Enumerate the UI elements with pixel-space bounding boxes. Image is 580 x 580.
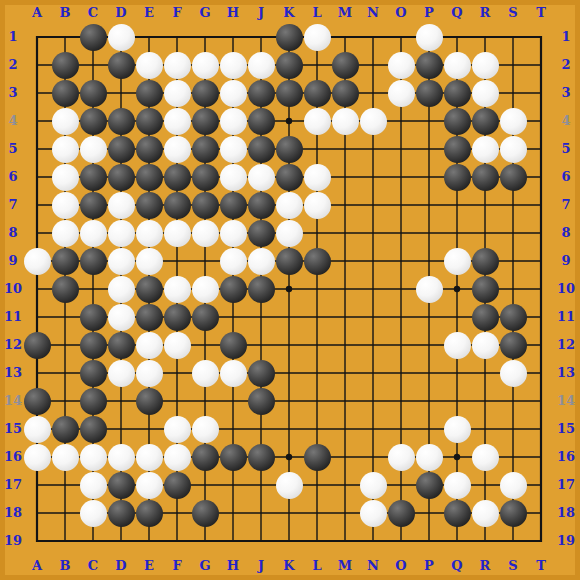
intersection-R18[interactable] — [471, 499, 499, 527]
intersection-L8[interactable] — [303, 219, 331, 247]
intersection-G16[interactable] — [191, 443, 219, 471]
intersection-H14[interactable] — [219, 387, 247, 415]
intersection-P19[interactable] — [415, 527, 443, 555]
intersection-K14[interactable] — [275, 387, 303, 415]
intersection-B5[interactable] — [51, 135, 79, 163]
intersection-A12[interactable] — [23, 331, 51, 359]
intersection-R16[interactable] — [471, 443, 499, 471]
intersection-Q16[interactable] — [443, 443, 471, 471]
intersection-G13[interactable] — [191, 359, 219, 387]
intersection-J14[interactable] — [247, 387, 275, 415]
intersection-N18[interactable] — [359, 499, 387, 527]
intersection-T10[interactable] — [527, 275, 555, 303]
intersection-K9[interactable] — [275, 247, 303, 275]
intersection-N11[interactable] — [359, 303, 387, 331]
intersection-N12[interactable] — [359, 331, 387, 359]
intersection-T13[interactable] — [527, 359, 555, 387]
intersection-J12[interactable] — [247, 331, 275, 359]
intersection-R12[interactable] — [471, 331, 499, 359]
intersection-P6[interactable] — [415, 163, 443, 191]
intersection-O19[interactable] — [387, 527, 415, 555]
intersection-J2[interactable] — [247, 51, 275, 79]
intersection-M2[interactable] — [331, 51, 359, 79]
intersection-K17[interactable] — [275, 471, 303, 499]
intersection-O3[interactable] — [387, 79, 415, 107]
intersection-E4[interactable] — [135, 107, 163, 135]
intersection-L2[interactable] — [303, 51, 331, 79]
intersection-T7[interactable] — [527, 191, 555, 219]
intersection-O8[interactable] — [387, 219, 415, 247]
intersection-A17[interactable] — [23, 471, 51, 499]
intersection-K19[interactable] — [275, 527, 303, 555]
intersection-S15[interactable] — [499, 415, 527, 443]
intersection-N15[interactable] — [359, 415, 387, 443]
intersection-F8[interactable] — [163, 219, 191, 247]
intersection-L13[interactable] — [303, 359, 331, 387]
intersection-A14[interactable] — [23, 387, 51, 415]
intersection-J7[interactable] — [247, 191, 275, 219]
intersection-A16[interactable] — [23, 443, 51, 471]
intersection-H15[interactable] — [219, 415, 247, 443]
intersection-S4[interactable] — [499, 107, 527, 135]
intersection-H2[interactable] — [219, 51, 247, 79]
intersection-P17[interactable] — [415, 471, 443, 499]
intersection-M19[interactable] — [331, 527, 359, 555]
intersection-C11[interactable] — [79, 303, 107, 331]
intersection-R9[interactable] — [471, 247, 499, 275]
intersection-A15[interactable] — [23, 415, 51, 443]
intersection-Q5[interactable] — [443, 135, 471, 163]
intersection-P12[interactable] — [415, 331, 443, 359]
intersection-E13[interactable] — [135, 359, 163, 387]
intersection-B7[interactable] — [51, 191, 79, 219]
intersection-H18[interactable] — [219, 499, 247, 527]
intersection-G12[interactable] — [191, 331, 219, 359]
intersection-T1[interactable] — [527, 23, 555, 51]
intersection-R6[interactable] — [471, 163, 499, 191]
intersection-G10[interactable] — [191, 275, 219, 303]
intersection-G5[interactable] — [191, 135, 219, 163]
intersection-E1[interactable] — [135, 23, 163, 51]
intersection-L6[interactable] — [303, 163, 331, 191]
intersection-D12[interactable] — [107, 331, 135, 359]
intersection-J16[interactable] — [247, 443, 275, 471]
intersection-D6[interactable] — [107, 163, 135, 191]
intersection-A11[interactable] — [23, 303, 51, 331]
intersection-K5[interactable] — [275, 135, 303, 163]
intersection-K15[interactable] — [275, 415, 303, 443]
intersection-J13[interactable] — [247, 359, 275, 387]
intersection-D18[interactable] — [107, 499, 135, 527]
intersection-R2[interactable] — [471, 51, 499, 79]
intersection-S2[interactable] — [499, 51, 527, 79]
intersection-F18[interactable] — [163, 499, 191, 527]
intersection-D10[interactable] — [107, 275, 135, 303]
intersection-S19[interactable] — [499, 527, 527, 555]
intersection-L18[interactable] — [303, 499, 331, 527]
intersection-E12[interactable] — [135, 331, 163, 359]
intersection-C17[interactable] — [79, 471, 107, 499]
intersection-B14[interactable] — [51, 387, 79, 415]
intersection-G18[interactable] — [191, 499, 219, 527]
intersection-T16[interactable] — [527, 443, 555, 471]
intersection-H11[interactable] — [219, 303, 247, 331]
intersection-B6[interactable] — [51, 163, 79, 191]
intersection-C13[interactable] — [79, 359, 107, 387]
intersection-E10[interactable] — [135, 275, 163, 303]
intersection-A1[interactable] — [23, 23, 51, 51]
intersection-J9[interactable] — [247, 247, 275, 275]
intersection-E18[interactable] — [135, 499, 163, 527]
intersection-N16[interactable] — [359, 443, 387, 471]
intersection-E6[interactable] — [135, 163, 163, 191]
intersection-L3[interactable] — [303, 79, 331, 107]
intersection-O9[interactable] — [387, 247, 415, 275]
intersection-M13[interactable] — [331, 359, 359, 387]
intersection-G17[interactable] — [191, 471, 219, 499]
intersection-L10[interactable] — [303, 275, 331, 303]
intersection-B8[interactable] — [51, 219, 79, 247]
intersection-N9[interactable] — [359, 247, 387, 275]
intersection-D8[interactable] — [107, 219, 135, 247]
intersection-F19[interactable] — [163, 527, 191, 555]
intersection-P10[interactable] — [415, 275, 443, 303]
intersection-C4[interactable] — [79, 107, 107, 135]
intersection-Q7[interactable] — [443, 191, 471, 219]
intersection-B4[interactable] — [51, 107, 79, 135]
intersection-R7[interactable] — [471, 191, 499, 219]
intersection-Q1[interactable] — [443, 23, 471, 51]
intersection-G15[interactable] — [191, 415, 219, 443]
intersection-B10[interactable] — [51, 275, 79, 303]
intersection-T11[interactable] — [527, 303, 555, 331]
intersection-E8[interactable] — [135, 219, 163, 247]
intersection-T4[interactable] — [527, 107, 555, 135]
intersection-A6[interactable] — [23, 163, 51, 191]
intersection-C3[interactable] — [79, 79, 107, 107]
intersection-M6[interactable] — [331, 163, 359, 191]
intersection-O16[interactable] — [387, 443, 415, 471]
intersection-G2[interactable] — [191, 51, 219, 79]
intersection-F11[interactable] — [163, 303, 191, 331]
intersection-C7[interactable] — [79, 191, 107, 219]
intersection-H13[interactable] — [219, 359, 247, 387]
intersection-O15[interactable] — [387, 415, 415, 443]
intersection-H10[interactable] — [219, 275, 247, 303]
intersection-L1[interactable] — [303, 23, 331, 51]
intersection-D2[interactable] — [107, 51, 135, 79]
intersection-M10[interactable] — [331, 275, 359, 303]
intersection-T12[interactable] — [527, 331, 555, 359]
intersection-J8[interactable] — [247, 219, 275, 247]
intersection-O14[interactable] — [387, 387, 415, 415]
intersection-A19[interactable] — [23, 527, 51, 555]
intersection-D14[interactable] — [107, 387, 135, 415]
intersection-N4[interactable] — [359, 107, 387, 135]
intersection-Q4[interactable] — [443, 107, 471, 135]
intersection-D3[interactable] — [107, 79, 135, 107]
intersection-D17[interactable] — [107, 471, 135, 499]
intersection-P18[interactable] — [415, 499, 443, 527]
intersection-J1[interactable] — [247, 23, 275, 51]
intersection-D19[interactable] — [107, 527, 135, 555]
intersection-S12[interactable] — [499, 331, 527, 359]
intersection-H16[interactable] — [219, 443, 247, 471]
intersection-J4[interactable] — [247, 107, 275, 135]
intersection-P2[interactable] — [415, 51, 443, 79]
intersection-P3[interactable] — [415, 79, 443, 107]
intersection-P4[interactable] — [415, 107, 443, 135]
intersection-J19[interactable] — [247, 527, 275, 555]
intersection-A3[interactable] — [23, 79, 51, 107]
intersection-F16[interactable] — [163, 443, 191, 471]
intersection-H8[interactable] — [219, 219, 247, 247]
intersection-T9[interactable] — [527, 247, 555, 275]
intersection-C10[interactable] — [79, 275, 107, 303]
intersection-T19[interactable] — [527, 527, 555, 555]
intersection-D11[interactable] — [107, 303, 135, 331]
intersection-G19[interactable] — [191, 527, 219, 555]
intersection-R8[interactable] — [471, 219, 499, 247]
intersection-L15[interactable] — [303, 415, 331, 443]
intersection-K12[interactable] — [275, 331, 303, 359]
intersection-N17[interactable] — [359, 471, 387, 499]
intersection-E15[interactable] — [135, 415, 163, 443]
intersection-D13[interactable] — [107, 359, 135, 387]
intersection-O7[interactable] — [387, 191, 415, 219]
intersection-N1[interactable] — [359, 23, 387, 51]
intersection-S18[interactable] — [499, 499, 527, 527]
intersection-G7[interactable] — [191, 191, 219, 219]
intersection-A9[interactable] — [23, 247, 51, 275]
intersection-H17[interactable] — [219, 471, 247, 499]
intersection-Q10[interactable] — [443, 275, 471, 303]
intersection-N2[interactable] — [359, 51, 387, 79]
intersection-S17[interactable] — [499, 471, 527, 499]
intersection-G1[interactable] — [191, 23, 219, 51]
intersection-R11[interactable] — [471, 303, 499, 331]
intersection-B15[interactable] — [51, 415, 79, 443]
intersection-B17[interactable] — [51, 471, 79, 499]
intersection-T3[interactable] — [527, 79, 555, 107]
intersection-F15[interactable] — [163, 415, 191, 443]
intersection-Q19[interactable] — [443, 527, 471, 555]
intersection-J10[interactable] — [247, 275, 275, 303]
intersection-H5[interactable] — [219, 135, 247, 163]
intersection-K7[interactable] — [275, 191, 303, 219]
intersection-G9[interactable] — [191, 247, 219, 275]
intersection-Q12[interactable] — [443, 331, 471, 359]
intersection-D1[interactable] — [107, 23, 135, 51]
intersection-M18[interactable] — [331, 499, 359, 527]
intersection-F1[interactable] — [163, 23, 191, 51]
intersection-T5[interactable] — [527, 135, 555, 163]
intersection-B13[interactable] — [51, 359, 79, 387]
intersection-Q8[interactable] — [443, 219, 471, 247]
intersection-B11[interactable] — [51, 303, 79, 331]
intersection-O17[interactable] — [387, 471, 415, 499]
intersection-A4[interactable] — [23, 107, 51, 135]
intersection-S13[interactable] — [499, 359, 527, 387]
intersection-M15[interactable] — [331, 415, 359, 443]
intersection-H9[interactable] — [219, 247, 247, 275]
intersection-F17[interactable] — [163, 471, 191, 499]
intersection-A13[interactable] — [23, 359, 51, 387]
intersection-Q3[interactable] — [443, 79, 471, 107]
intersection-E16[interactable] — [135, 443, 163, 471]
intersection-C14[interactable] — [79, 387, 107, 415]
intersection-M17[interactable] — [331, 471, 359, 499]
intersection-J6[interactable] — [247, 163, 275, 191]
intersection-O12[interactable] — [387, 331, 415, 359]
intersection-Q18[interactable] — [443, 499, 471, 527]
intersection-R1[interactable] — [471, 23, 499, 51]
intersection-M3[interactable] — [331, 79, 359, 107]
intersection-S7[interactable] — [499, 191, 527, 219]
intersection-R5[interactable] — [471, 135, 499, 163]
intersection-A5[interactable] — [23, 135, 51, 163]
intersection-L7[interactable] — [303, 191, 331, 219]
intersection-S5[interactable] — [499, 135, 527, 163]
intersection-F10[interactable] — [163, 275, 191, 303]
intersection-O2[interactable] — [387, 51, 415, 79]
intersection-N8[interactable] — [359, 219, 387, 247]
intersection-L9[interactable] — [303, 247, 331, 275]
intersection-F4[interactable] — [163, 107, 191, 135]
intersection-K8[interactable] — [275, 219, 303, 247]
intersection-P16[interactable] — [415, 443, 443, 471]
intersection-C9[interactable] — [79, 247, 107, 275]
intersection-A7[interactable] — [23, 191, 51, 219]
intersection-E11[interactable] — [135, 303, 163, 331]
intersection-J18[interactable] — [247, 499, 275, 527]
intersection-D4[interactable] — [107, 107, 135, 135]
intersection-J17[interactable] — [247, 471, 275, 499]
intersection-K11[interactable] — [275, 303, 303, 331]
intersection-M12[interactable] — [331, 331, 359, 359]
intersection-K18[interactable] — [275, 499, 303, 527]
intersection-R19[interactable] — [471, 527, 499, 555]
intersection-G4[interactable] — [191, 107, 219, 135]
intersection-C15[interactable] — [79, 415, 107, 443]
intersection-O5[interactable] — [387, 135, 415, 163]
intersection-J3[interactable] — [247, 79, 275, 107]
intersection-B2[interactable] — [51, 51, 79, 79]
intersection-R13[interactable] — [471, 359, 499, 387]
intersection-K10[interactable] — [275, 275, 303, 303]
intersection-H6[interactable] — [219, 163, 247, 191]
intersection-A8[interactable] — [23, 219, 51, 247]
intersection-B12[interactable] — [51, 331, 79, 359]
intersection-K4[interactable] — [275, 107, 303, 135]
intersection-L19[interactable] — [303, 527, 331, 555]
intersection-S8[interactable] — [499, 219, 527, 247]
intersection-K16[interactable] — [275, 443, 303, 471]
intersection-L16[interactable] — [303, 443, 331, 471]
intersection-G8[interactable] — [191, 219, 219, 247]
intersection-N6[interactable] — [359, 163, 387, 191]
intersection-Q13[interactable] — [443, 359, 471, 387]
intersection-S10[interactable] — [499, 275, 527, 303]
intersection-H19[interactable] — [219, 527, 247, 555]
intersection-S1[interactable] — [499, 23, 527, 51]
intersection-N13[interactable] — [359, 359, 387, 387]
intersection-E2[interactable] — [135, 51, 163, 79]
intersection-T8[interactable] — [527, 219, 555, 247]
intersection-H4[interactable] — [219, 107, 247, 135]
intersection-C18[interactable] — [79, 499, 107, 527]
intersection-C16[interactable] — [79, 443, 107, 471]
intersection-B18[interactable] — [51, 499, 79, 527]
intersection-C2[interactable] — [79, 51, 107, 79]
intersection-L17[interactable] — [303, 471, 331, 499]
intersection-M7[interactable] — [331, 191, 359, 219]
intersection-F13[interactable] — [163, 359, 191, 387]
intersection-M8[interactable] — [331, 219, 359, 247]
intersection-G14[interactable] — [191, 387, 219, 415]
intersection-E19[interactable] — [135, 527, 163, 555]
intersection-R4[interactable] — [471, 107, 499, 135]
intersection-L11[interactable] — [303, 303, 331, 331]
intersection-R15[interactable] — [471, 415, 499, 443]
intersection-B16[interactable] — [51, 443, 79, 471]
intersection-F14[interactable] — [163, 387, 191, 415]
intersection-S3[interactable] — [499, 79, 527, 107]
intersection-D5[interactable] — [107, 135, 135, 163]
intersection-R10[interactable] — [471, 275, 499, 303]
intersection-O10[interactable] — [387, 275, 415, 303]
intersection-M1[interactable] — [331, 23, 359, 51]
intersection-L4[interactable] — [303, 107, 331, 135]
intersection-P9[interactable] — [415, 247, 443, 275]
intersection-G3[interactable] — [191, 79, 219, 107]
intersection-F3[interactable] — [163, 79, 191, 107]
intersection-S14[interactable] — [499, 387, 527, 415]
intersection-G11[interactable] — [191, 303, 219, 331]
intersection-H12[interactable] — [219, 331, 247, 359]
intersection-R3[interactable] — [471, 79, 499, 107]
intersection-P15[interactable] — [415, 415, 443, 443]
intersection-P5[interactable] — [415, 135, 443, 163]
intersection-B3[interactable] — [51, 79, 79, 107]
intersection-F6[interactable] — [163, 163, 191, 191]
intersection-N5[interactable] — [359, 135, 387, 163]
intersection-F7[interactable] — [163, 191, 191, 219]
intersection-Q11[interactable] — [443, 303, 471, 331]
intersection-D15[interactable] — [107, 415, 135, 443]
intersection-O13[interactable] — [387, 359, 415, 387]
intersection-D7[interactable] — [107, 191, 135, 219]
intersection-P13[interactable] — [415, 359, 443, 387]
intersection-J15[interactable] — [247, 415, 275, 443]
intersection-L12[interactable] — [303, 331, 331, 359]
intersection-T6[interactable] — [527, 163, 555, 191]
intersection-B9[interactable] — [51, 247, 79, 275]
intersection-H1[interactable] — [219, 23, 247, 51]
intersection-P8[interactable] — [415, 219, 443, 247]
intersection-K2[interactable] — [275, 51, 303, 79]
intersection-N7[interactable] — [359, 191, 387, 219]
intersection-B19[interactable] — [51, 527, 79, 555]
intersection-L5[interactable] — [303, 135, 331, 163]
intersection-E5[interactable] — [135, 135, 163, 163]
intersection-E7[interactable] — [135, 191, 163, 219]
intersection-P1[interactable] — [415, 23, 443, 51]
intersection-D16[interactable] — [107, 443, 135, 471]
intersection-B1[interactable] — [51, 23, 79, 51]
intersection-S16[interactable] — [499, 443, 527, 471]
intersection-Q2[interactable] — [443, 51, 471, 79]
